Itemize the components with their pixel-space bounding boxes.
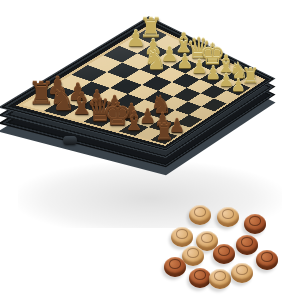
checker-light-1[interactable] — [189, 205, 211, 225]
checker-stamp-ring — [218, 246, 230, 255]
product-photo-scene: ♜♟♝♟♛♟♚♟♞♝♟♞♟♜♟♟♟♟♜♟♞♟♞♝♟♛♟♚♟♝♟♜ — [0, 0, 300, 300]
checker-dark-9[interactable] — [256, 250, 278, 270]
checker-dark-6[interactable] — [236, 235, 258, 255]
checker-stamp-ring — [169, 259, 181, 268]
checker-stamp-ring — [222, 209, 234, 218]
checker-light-13[interactable] — [231, 263, 253, 283]
checker-stamp-ring — [201, 233, 213, 242]
checker-light-4[interactable] — [171, 227, 193, 247]
checker-dark-3[interactable] — [244, 214, 266, 234]
checker-stamp-ring — [236, 265, 248, 274]
checker-stamp-ring — [194, 270, 206, 279]
checker-stamp-ring — [194, 207, 206, 216]
checker-light-2[interactable] — [217, 207, 239, 227]
checker-stamp-ring — [241, 237, 253, 246]
checker-stamp-ring — [176, 229, 188, 238]
checker-stamp-ring — [249, 216, 261, 225]
checker-stamp-ring — [187, 248, 199, 257]
checker-dark-10[interactable] — [164, 257, 186, 277]
checker-stamp-ring — [214, 271, 226, 280]
checker-dark-11[interactable] — [189, 268, 211, 288]
checkers-group — [0, 0, 300, 300]
checker-stamp-ring — [261, 252, 273, 261]
checker-light-12[interactable] — [209, 269, 231, 289]
checker-dark-8[interactable] — [213, 244, 235, 264]
